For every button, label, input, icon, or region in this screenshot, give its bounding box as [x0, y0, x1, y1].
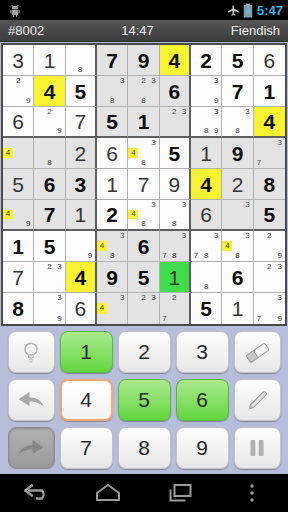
- entered-digit: 5: [3, 169, 33, 199]
- cell-r7c8[interactable]: 348: [222, 231, 253, 262]
- given-digit: 6: [160, 76, 189, 106]
- cell-r1c5[interactable]: 9: [128, 45, 159, 76]
- pencil-mark: 8: [138, 96, 148, 106]
- entered-digit: 3: [3, 45, 33, 75]
- pencil-mark: 3: [243, 107, 253, 117]
- cell-r9c8[interactable]: 1: [222, 293, 253, 324]
- digit-1-button[interactable]: 1: [60, 331, 113, 373]
- cell-r2c8[interactable]: 7: [222, 76, 253, 107]
- cell-r6c3[interactable]: 1: [66, 200, 97, 231]
- game-header: #8002 14:47 Fiendish: [0, 20, 288, 42]
- pencil-mark: 8: [138, 219, 148, 229]
- cell-r8c2[interactable]: 23: [34, 262, 65, 293]
- entered-digit: 1: [191, 138, 221, 168]
- given-digit: 4: [160, 45, 189, 75]
- cell-r6c6[interactable]: 38: [160, 200, 191, 231]
- cell-r8c4[interactable]: 9: [97, 262, 128, 293]
- given-digit: 1: [254, 76, 285, 106]
- pencil-mark: 8: [201, 126, 211, 136]
- cell-r1c2[interactable]: 1: [34, 45, 65, 76]
- cell-r5c6[interactable]: 9: [160, 169, 191, 200]
- cell-r1c3[interactable]: 8: [66, 45, 97, 76]
- digit-5-button[interactable]: 5: [118, 379, 171, 421]
- cell-r3c2[interactable]: 29: [34, 107, 65, 138]
- cell-r6c2[interactable]: 7: [34, 200, 65, 231]
- android-notification-icon: [8, 4, 22, 17]
- given-digit: 1: [128, 107, 158, 136]
- given-digit: 1: [3, 231, 33, 261]
- entered-digit: 6: [97, 138, 127, 168]
- pause-icon: [246, 437, 268, 459]
- status-time: 5:47: [257, 3, 283, 18]
- cell-r4c7[interactable]: 1: [191, 138, 222, 169]
- cell-r4c6[interactable]: 5: [160, 138, 191, 169]
- nav-menu[interactable]: [216, 481, 288, 505]
- pencil-mark: 9: [275, 251, 285, 261]
- entered-digit: 1: [222, 293, 252, 324]
- cell-r7c3[interactable]: 9: [66, 231, 97, 262]
- pencil-mark: 8: [75, 65, 85, 75]
- cell-r9c9[interactable]: 379: [254, 293, 285, 324]
- redo-button[interactable]: [8, 427, 55, 469]
- cell-r8c7[interactable]: 8: [191, 262, 222, 293]
- pencil-mark: 8: [107, 96, 117, 106]
- pencil-mark: 2: [44, 262, 54, 272]
- cell-r2c9[interactable]: 1: [254, 76, 285, 107]
- pencil-mark: 3: [243, 200, 253, 210]
- digit-4-button[interactable]: 4: [60, 379, 113, 421]
- hint-button[interactable]: [8, 331, 55, 373]
- given-digit: 9: [97, 262, 127, 292]
- given-digit: 6: [128, 231, 158, 261]
- game-timer: 14:47: [44, 23, 231, 38]
- given-digit: 2: [191, 45, 221, 75]
- given-digit: 6: [34, 169, 64, 199]
- pencil-mark: 8: [169, 251, 179, 261]
- cell-r6c8[interactable]: 3: [222, 200, 253, 231]
- entered-digit: 2: [222, 169, 252, 199]
- cell-r5c1[interactable]: 5: [3, 169, 34, 200]
- entered-digit: 1: [160, 262, 189, 292]
- pencil-mark: 8: [107, 251, 117, 261]
- cell-r3c3[interactable]: 7: [66, 107, 97, 138]
- cell-r5c7[interactable]: 4: [191, 169, 222, 200]
- pencil-button[interactable]: [234, 379, 281, 421]
- pencil-mark: 9: [211, 96, 221, 106]
- battery-charging-icon: [243, 3, 253, 18]
- cell-r4c3[interactable]: 2: [66, 138, 97, 169]
- digit-7-button[interactable]: 7: [60, 427, 113, 469]
- pencil-mark: 9: [55, 126, 65, 136]
- cell-r9c7[interactable]: 5: [191, 293, 222, 324]
- entered-digit: 9: [160, 169, 189, 199]
- cell-r3c8[interactable]: 38: [222, 107, 253, 138]
- pencil-mark: 2: [169, 293, 179, 303]
- pencil-mark: 2: [44, 107, 54, 117]
- pencil-mark: 2: [13, 76, 23, 86]
- given-digit: 5: [254, 200, 285, 229]
- pencil-mark: 3: [179, 231, 189, 241]
- pencil-mark: 2: [138, 76, 148, 86]
- pencil-mark: 9: [85, 251, 95, 261]
- pencil-mark: 7: [254, 158, 264, 168]
- pencil-mark: 3: [275, 262, 285, 272]
- recents-icon[interactable]: [165, 481, 195, 505]
- entered-digit: 6: [3, 107, 33, 136]
- given-digit: 5: [34, 231, 64, 261]
- cell-r8c9[interactable]: 23: [254, 262, 285, 293]
- pencil-mark: 3: [117, 76, 127, 86]
- cell-r1c8[interactable]: 5: [222, 45, 253, 76]
- given-digit: 5: [66, 76, 95, 106]
- pencil-mark: 4: [3, 210, 13, 220]
- back-icon[interactable]: [21, 481, 51, 505]
- pencil-mark: 9: [23, 96, 33, 106]
- pencil-icon: [244, 387, 271, 414]
- cell-r2c6[interactable]: 6: [160, 76, 191, 107]
- given-digit: 4: [66, 262, 95, 292]
- pencil-mark: 3: [149, 293, 159, 303]
- pencil-mark: 3: [117, 293, 127, 303]
- cell-r6c5[interactable]: 348: [128, 200, 159, 231]
- cell-r1c6[interactable]: 4: [160, 45, 191, 76]
- nav-back[interactable]: [0, 481, 72, 505]
- cell-r5c2[interactable]: 6: [34, 169, 65, 200]
- pencil-mark: 3: [149, 76, 159, 86]
- pencil-mark: 3: [211, 107, 221, 117]
- pencil-mark: 3: [211, 76, 221, 86]
- pencil-mark: 3: [55, 262, 65, 272]
- cell-r9c4[interactable]: 34: [97, 293, 128, 324]
- pencil-mark: 8: [201, 251, 211, 261]
- pencil-mark: 3: [117, 231, 127, 241]
- cell-r3c9[interactable]: 4: [254, 107, 285, 138]
- cell-r4c1[interactable]: 4: [3, 138, 34, 169]
- pencil-mark: 8: [169, 219, 179, 229]
- sudoku-board: 3187942562945382386397162975123389384482…: [3, 45, 285, 324]
- cell-r7c9[interactable]: 29: [254, 231, 285, 262]
- cell-r1c4[interactable]: 7: [97, 45, 128, 76]
- given-digit: 9: [128, 45, 158, 75]
- status-bar: 5:47: [0, 0, 288, 20]
- entered-digit: 2: [66, 138, 95, 168]
- digit-6-button[interactable]: 6: [176, 379, 229, 421]
- cell-r7c6[interactable]: 378: [160, 231, 191, 262]
- pencil-mark: 9: [23, 219, 33, 229]
- keypad: 123456789: [0, 326, 288, 475]
- cell-r9c5[interactable]: 23: [128, 293, 159, 324]
- cell-r7c1[interactable]: 1: [3, 231, 34, 262]
- cell-r5c8[interactable]: 2: [222, 169, 253, 200]
- cell-r7c4[interactable]: 348: [97, 231, 128, 262]
- cell-r8c6[interactable]: 1: [160, 262, 191, 293]
- cell-r9c2[interactable]: 39: [34, 293, 65, 324]
- cell-r2c3[interactable]: 5: [66, 76, 97, 107]
- digit-8-button[interactable]: 8: [118, 427, 171, 469]
- given-digit: 5: [160, 138, 189, 168]
- digit-2-button[interactable]: 2: [118, 331, 171, 373]
- cell-r3c7[interactable]: 389: [191, 107, 222, 138]
- difficulty-label: Fiendish: [231, 23, 280, 38]
- pencil-mark: 8: [44, 158, 54, 168]
- cell-r3c6[interactable]: 23: [160, 107, 191, 138]
- cell-r9c1[interactable]: 8: [3, 293, 34, 324]
- bulb-icon: [18, 339, 44, 365]
- cell-r7c5[interactable]: 6: [128, 231, 159, 262]
- puzzle-number: #8002: [8, 23, 44, 38]
- cell-r5c4[interactable]: 1: [97, 169, 128, 200]
- pencil-mark: 8: [232, 251, 242, 261]
- pencil-mark: 8: [232, 126, 242, 136]
- pencil-mark: 3: [275, 293, 285, 303]
- cell-r2c4[interactable]: 38: [97, 76, 128, 107]
- cell-r9c6[interactable]: 27: [160, 293, 191, 324]
- nav-home[interactable]: [72, 481, 144, 505]
- pencil-mark: 2: [264, 262, 274, 272]
- undo-icon: [15, 388, 47, 412]
- given-digit: 4: [254, 107, 285, 136]
- pencil-mark: 4: [3, 148, 13, 158]
- given-digit: 5: [97, 107, 127, 136]
- entered-digit: 1: [34, 45, 64, 75]
- pencil-mark: 7: [254, 314, 264, 324]
- board-frame: 3187942562945382386397162975123389384482…: [1, 43, 287, 326]
- given-digit: 5: [128, 262, 158, 292]
- entered-digit: 7: [3, 262, 33, 292]
- cell-r6c7[interactable]: 6: [191, 200, 222, 231]
- cell-r8c3[interactable]: 4: [66, 262, 97, 293]
- cell-r1c7[interactable]: 2: [191, 45, 222, 76]
- nav-recents[interactable]: [144, 481, 216, 505]
- pencil-mark: 3: [55, 293, 65, 303]
- cell-r4c5[interactable]: 348: [128, 138, 159, 169]
- cell-r8c1[interactable]: 7: [3, 262, 34, 293]
- pencil-mark: 3: [275, 138, 285, 148]
- entered-digit: 6: [191, 200, 221, 229]
- android-nav-bar: [0, 474, 288, 512]
- cell-r2c1[interactable]: 29: [3, 76, 34, 107]
- home-icon[interactable]: [92, 481, 124, 505]
- pencil-mark: 4: [222, 241, 232, 251]
- given-digit: 5: [222, 45, 252, 75]
- pencil-mark: 2: [138, 293, 148, 303]
- cell-r6c4[interactable]: 2: [97, 200, 128, 231]
- digit-9-button[interactable]: 9: [176, 427, 229, 469]
- cell-r1c9[interactable]: 6: [254, 45, 285, 76]
- cell-r5c5[interactable]: 7: [128, 169, 159, 200]
- cell-r2c5[interactable]: 238: [128, 76, 159, 107]
- given-digit: 7: [222, 76, 252, 106]
- pencil-mark: 8: [138, 158, 148, 168]
- cell-r3c5[interactable]: 1: [128, 107, 159, 138]
- airplane-mode-icon: [227, 4, 240, 17]
- pencil-mark: 9: [275, 314, 285, 324]
- given-digit: 9: [222, 138, 252, 168]
- given-digit: 8: [3, 293, 33, 324]
- cell-r5c3[interactable]: 3: [66, 169, 97, 200]
- cell-r8c8[interactable]: 6: [222, 262, 253, 293]
- given-digit: 3: [66, 169, 95, 199]
- given-digit: 5: [191, 293, 221, 324]
- pencil-mark: 4: [128, 210, 138, 220]
- entered-digit: 7: [128, 169, 158, 199]
- eraser-button[interactable]: [234, 331, 281, 373]
- entered-digit: 1: [66, 200, 95, 229]
- cell-r4c9[interactable]: 37: [254, 138, 285, 169]
- cell-r8c5[interactable]: 5: [128, 262, 159, 293]
- pencil-mark: 7: [160, 251, 170, 261]
- given-digit: 4: [191, 169, 221, 199]
- cell-r4c2[interactable]: 8: [34, 138, 65, 169]
- entered-digit: 1: [97, 169, 127, 199]
- given-digit: 2: [97, 200, 127, 229]
- cell-r9c3[interactable]: 6: [66, 293, 97, 324]
- cell-r7c7[interactable]: 378: [191, 231, 222, 262]
- digit-3-button[interactable]: 3: [176, 331, 229, 373]
- pencil-mark: 4: [128, 148, 138, 158]
- cell-r4c4[interactable]: 6: [97, 138, 128, 169]
- cell-r6c9[interactable]: 5: [254, 200, 285, 231]
- pause-button[interactable]: [234, 427, 281, 469]
- given-digit: 6: [222, 262, 252, 292]
- pencil-mark: 7: [191, 251, 201, 261]
- pencil-mark: 9: [211, 126, 221, 136]
- cell-r2c7[interactable]: 39: [191, 76, 222, 107]
- cell-r6c1[interactable]: 49: [3, 200, 34, 231]
- pencil-mark: 4: [97, 303, 107, 313]
- cell-r2c2[interactable]: 4: [34, 76, 65, 107]
- given-digit: 8: [254, 169, 285, 199]
- eraser-icon: [244, 339, 271, 366]
- pencil-mark: 3: [149, 138, 159, 148]
- pencil-mark: 9: [55, 314, 65, 324]
- cell-r4c8[interactable]: 9: [222, 138, 253, 169]
- menu-icon[interactable]: [248, 481, 256, 505]
- pencil-mark: 7: [160, 314, 170, 324]
- entered-digit: 6: [66, 293, 95, 324]
- cell-r3c1[interactable]: 6: [3, 107, 34, 138]
- pencil-mark: 2: [169, 107, 179, 117]
- cell-r1c1[interactable]: 3: [3, 45, 34, 76]
- given-digit: 7: [97, 45, 127, 75]
- pencil-mark: 3: [211, 231, 221, 241]
- undo-button[interactable]: [8, 379, 55, 421]
- cell-r3c4[interactable]: 5: [97, 107, 128, 138]
- entered-digit: 6: [254, 45, 285, 75]
- pencil-mark: 3: [243, 231, 253, 241]
- entered-digit: 7: [66, 107, 95, 136]
- cell-r5c9[interactable]: 8: [254, 169, 285, 200]
- pencil-mark: 3: [149, 200, 159, 210]
- pencil-mark: 3: [179, 200, 189, 210]
- cell-r7c2[interactable]: 5: [34, 231, 65, 262]
- pencil-mark: 2: [264, 231, 274, 241]
- given-digit: 7: [34, 200, 64, 229]
- redo-icon: [15, 436, 47, 460]
- pencil-mark: 3: [179, 107, 189, 117]
- given-digit: 4: [34, 76, 64, 106]
- pencil-mark: 8: [201, 282, 211, 292]
- pencil-mark: 4: [97, 241, 107, 251]
